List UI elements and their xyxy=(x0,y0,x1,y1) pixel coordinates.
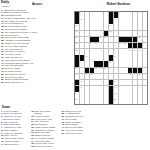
grid-cell[interactable] xyxy=(99,12,103,18)
grid-cell[interactable] xyxy=(133,80,137,86)
cell-number: 19 xyxy=(75,36,77,38)
grid-cell[interactable] xyxy=(128,55,132,61)
grid-cell[interactable] xyxy=(80,43,84,49)
grid-cell[interactable] xyxy=(85,86,89,92)
grid-cell[interactable] xyxy=(123,80,127,86)
grid-cell[interactable] xyxy=(90,24,94,30)
grid-cell[interactable] xyxy=(99,80,103,86)
cell-number: 53 xyxy=(114,98,116,100)
grid-cell[interactable] xyxy=(143,37,147,43)
black-cell xyxy=(133,68,137,74)
grid-cell[interactable] xyxy=(94,49,98,55)
grid-cell[interactable]: 41 xyxy=(85,74,89,80)
grid-cell[interactable]: 26 xyxy=(119,43,123,49)
cell-number: 51 xyxy=(114,92,116,94)
grid-cell[interactable] xyxy=(123,31,127,37)
black-cell xyxy=(94,37,98,43)
black-cell xyxy=(90,68,94,74)
cell-number: 36 xyxy=(75,67,77,69)
clue-item: 36. Go here and there xyxy=(31,145,58,148)
across-clue-list: 1. Church governing body7. Batteries in … xyxy=(1,9,47,105)
grid-cell[interactable] xyxy=(138,24,142,30)
grid-cell[interactable]: 14 xyxy=(114,18,118,24)
cell-number: 41 xyxy=(85,73,87,75)
grid-cell[interactable] xyxy=(143,98,147,104)
grid-cell[interactable]: 28 xyxy=(75,49,79,55)
grid-cell[interactable] xyxy=(119,74,123,80)
grid-cell[interactable] xyxy=(99,98,103,104)
black-cell xyxy=(75,61,79,67)
grid-cell[interactable] xyxy=(123,92,127,98)
grid-cell[interactable] xyxy=(90,80,94,86)
grid-cell[interactable] xyxy=(94,74,98,80)
grid-cell[interactable] xyxy=(99,18,103,24)
grid-cell[interactable] xyxy=(138,80,142,86)
black-cell xyxy=(75,86,79,92)
grid-cell[interactable] xyxy=(104,24,108,30)
grid-cell[interactable] xyxy=(133,24,137,30)
cell-number: 32 xyxy=(85,55,87,57)
grid-cell[interactable] xyxy=(128,80,132,86)
clue-item: 14. Surrounded by xyxy=(1,143,28,146)
grid-cell[interactable]: 20 xyxy=(99,37,103,43)
grid-cell[interactable] xyxy=(90,18,94,24)
cell-number: 31 xyxy=(138,49,140,51)
grid-cell[interactable] xyxy=(119,68,123,74)
black-cell xyxy=(75,18,79,24)
grid-cell[interactable] xyxy=(123,24,127,30)
grid-cell[interactable] xyxy=(90,92,94,98)
grid-cell[interactable] xyxy=(104,49,108,55)
grid-cell[interactable] xyxy=(94,86,98,92)
grid-cell[interactable] xyxy=(128,98,132,104)
grid-cell[interactable] xyxy=(119,31,123,37)
cell-number: 40 xyxy=(75,73,77,75)
black-cell xyxy=(128,68,132,74)
black-cell xyxy=(104,31,108,37)
grid-cell[interactable]: 16 xyxy=(109,24,113,30)
author-byline: Robert Stockton xyxy=(90,2,147,6)
cell-number: 38 xyxy=(99,67,101,69)
cell-number: 44 xyxy=(133,73,135,75)
black-cell xyxy=(75,12,79,18)
grid-cell[interactable] xyxy=(80,49,84,55)
cell-number: 21 xyxy=(104,36,106,38)
grid-cell[interactable] xyxy=(94,31,98,37)
grid-cell[interactable] xyxy=(94,55,98,61)
grid-cell[interactable] xyxy=(94,24,98,30)
grid-cell[interactable] xyxy=(85,92,89,98)
cell-number: 22 xyxy=(138,36,140,38)
grid-cell[interactable] xyxy=(128,24,132,30)
grid-cell[interactable] xyxy=(138,55,142,61)
grid-cell[interactable] xyxy=(85,37,89,43)
black-cell xyxy=(138,68,142,74)
grid-cell[interactable] xyxy=(104,18,108,24)
cell-number: 23 xyxy=(75,42,77,44)
grid-cell[interactable] xyxy=(109,68,113,74)
grid-cell[interactable]: 39 xyxy=(104,68,108,74)
grid-cell[interactable]: 47 xyxy=(114,80,118,86)
grid-cell[interactable]: 46 xyxy=(80,80,84,86)
black-cell xyxy=(75,80,79,86)
black-cell xyxy=(138,43,142,49)
grid-cell[interactable] xyxy=(94,98,98,104)
grid-cell[interactable]: 31 xyxy=(138,49,142,55)
grid-cell[interactable] xyxy=(99,49,103,55)
grid-cell[interactable] xyxy=(123,18,127,24)
cell-number: 48 xyxy=(80,86,82,88)
grid-cell[interactable]: 22 xyxy=(138,37,142,43)
grid-cell[interactable] xyxy=(119,80,123,86)
clue-item: 26. What a carrier brings xyxy=(31,126,58,129)
grid-cell[interactable]: 18 xyxy=(109,31,113,37)
cell-number: 13 xyxy=(80,18,82,20)
grid-cell[interactable] xyxy=(80,92,84,98)
grid-cell[interactable]: 7 xyxy=(119,12,123,18)
grid-cell[interactable] xyxy=(80,68,84,74)
grid-cell[interactable] xyxy=(99,31,103,37)
grid-cell[interactable] xyxy=(85,31,89,37)
grid-cell[interactable] xyxy=(85,49,89,55)
cell-number: 33 xyxy=(114,55,116,57)
grid-cell[interactable] xyxy=(138,31,142,37)
grid-cell[interactable] xyxy=(94,92,98,98)
black-cell xyxy=(104,61,108,67)
grid-cell[interactable] xyxy=(123,74,127,80)
grid-cell[interactable] xyxy=(128,86,132,92)
grid-cell[interactable] xyxy=(123,12,127,18)
grid-cell[interactable]: 25 xyxy=(94,43,98,49)
grid-cell[interactable] xyxy=(119,92,123,98)
grid-cell[interactable] xyxy=(143,55,147,61)
cell-number: 34 xyxy=(80,61,82,63)
cell-number: 45 xyxy=(138,73,140,75)
grid-cell[interactable] xyxy=(90,12,94,18)
cell-number: 39 xyxy=(104,67,106,69)
clue-item: 50. Track left by a tire xyxy=(61,132,88,135)
black-cell xyxy=(109,80,113,86)
grid-cell[interactable]: 52 xyxy=(75,98,79,104)
black-cell xyxy=(99,61,103,67)
black-cell xyxy=(109,12,113,18)
grid-cell[interactable]: 19 xyxy=(75,37,79,43)
grid-cell[interactable] xyxy=(143,92,147,98)
down-clue-list: 1. Hymn of praise2. Deliver an address3.… xyxy=(1,110,149,150)
cell-number: 14 xyxy=(114,18,116,20)
grid-cell[interactable] xyxy=(109,74,113,80)
grid-cell[interactable] xyxy=(99,55,103,61)
grid-cell[interactable] xyxy=(138,92,142,98)
grid-cell[interactable] xyxy=(123,49,127,55)
grid-cell[interactable] xyxy=(143,86,147,92)
grid-cell[interactable]: 24 xyxy=(90,43,94,49)
grid-cell[interactable]: 44 xyxy=(133,74,137,80)
black-cell xyxy=(109,92,113,98)
grid-cell[interactable] xyxy=(128,92,132,98)
grid-cell[interactable] xyxy=(143,61,147,67)
black-cell xyxy=(114,12,118,18)
grid-cell[interactable] xyxy=(114,68,118,74)
grid-cell[interactable] xyxy=(104,74,108,80)
grid-cell[interactable] xyxy=(104,98,108,104)
grid-cell[interactable] xyxy=(114,74,118,80)
grid-cell[interactable] xyxy=(128,31,132,37)
grid-cell[interactable]: 30 xyxy=(133,49,137,55)
grid-cell[interactable]: 43 xyxy=(128,74,132,80)
black-cell xyxy=(109,55,113,61)
grid-cell[interactable] xyxy=(99,74,103,80)
black-cell xyxy=(80,55,84,61)
grid-cell[interactable]: 35 xyxy=(109,61,113,67)
grid-cell[interactable] xyxy=(85,43,89,49)
grid-cell[interactable] xyxy=(143,49,147,55)
grid-cell[interactable] xyxy=(114,37,118,43)
grid-cell[interactable] xyxy=(94,80,98,86)
grid-cell[interactable] xyxy=(114,49,118,55)
grid-cell[interactable] xyxy=(133,86,137,92)
grid-cell[interactable]: 21 xyxy=(104,37,108,43)
grid-cell[interactable] xyxy=(128,18,132,24)
grid-cell[interactable]: 33 xyxy=(114,55,118,61)
grid-cell[interactable] xyxy=(133,92,137,98)
cell-number: 49 xyxy=(114,86,116,88)
black-cell xyxy=(90,37,94,43)
grid-cell[interactable] xyxy=(90,86,94,92)
cell-number: 52 xyxy=(75,98,77,100)
grid-cell[interactable] xyxy=(114,43,118,49)
grid-cell[interactable]: 27 xyxy=(123,43,127,49)
grid-cell[interactable] xyxy=(123,86,127,92)
crossword-grid[interactable]: 1713141516171819202122232425262728293031… xyxy=(74,11,148,105)
black-cell xyxy=(128,43,132,49)
grid-cell[interactable] xyxy=(119,18,123,24)
grid-cell[interactable] xyxy=(123,68,127,74)
grid-cell[interactable] xyxy=(90,31,94,37)
grid-cell[interactable] xyxy=(80,31,84,37)
grid-cell[interactable] xyxy=(143,18,147,24)
grid-cell[interactable] xyxy=(80,37,84,43)
black-cell xyxy=(133,37,137,43)
grid-cell[interactable] xyxy=(143,12,147,18)
grid-cell[interactable] xyxy=(143,31,147,37)
grid-cell[interactable] xyxy=(109,43,113,49)
grid-cell[interactable]: 38 xyxy=(99,68,103,74)
grid-cell[interactable] xyxy=(104,12,108,18)
grid-cell[interactable]: 13 xyxy=(80,18,84,24)
cell-number: 35 xyxy=(109,61,111,63)
grid-cell[interactable] xyxy=(133,98,137,104)
black-cell xyxy=(123,37,127,43)
grid-cell[interactable] xyxy=(104,80,108,86)
grid-cell[interactable] xyxy=(119,61,123,67)
grid-cell[interactable]: 45 xyxy=(138,74,142,80)
grid-cell[interactable]: 15 xyxy=(75,24,79,30)
grid-cell[interactable] xyxy=(85,24,89,30)
grid-cell[interactable]: 51 xyxy=(114,92,118,98)
grid-cell[interactable] xyxy=(90,55,94,61)
grid-cell[interactable] xyxy=(119,49,123,55)
black-cell xyxy=(94,61,98,67)
grid-cell[interactable]: 23 xyxy=(75,43,79,49)
grid-cell[interactable] xyxy=(99,92,103,98)
cell-number: 46 xyxy=(80,80,82,82)
grid-cell[interactable] xyxy=(138,86,142,92)
down-header: Down xyxy=(2,105,10,109)
cell-number: 27 xyxy=(124,42,126,44)
grid-cell[interactable] xyxy=(104,92,108,98)
black-cell xyxy=(109,98,113,104)
grid-cell[interactable] xyxy=(133,31,137,37)
clue-item: 53. Gets a little shut-eye xyxy=(1,81,47,84)
cell-number: 28 xyxy=(75,49,77,51)
cell-number: 26 xyxy=(119,42,121,44)
grid-cell[interactable] xyxy=(90,61,94,67)
cell-number: 7 xyxy=(119,12,120,14)
cell-number: 37 xyxy=(95,67,97,69)
cell-number: 16 xyxy=(109,24,111,26)
grid-cell[interactable] xyxy=(143,24,147,30)
grid-cell[interactable] xyxy=(104,43,108,49)
grid-cell[interactable]: 32 xyxy=(85,55,89,61)
grid-cell[interactable] xyxy=(99,43,103,49)
grid-cell[interactable] xyxy=(114,61,118,67)
grid-cell[interactable]: 53 xyxy=(114,98,118,104)
cell-number: 25 xyxy=(95,42,97,44)
page-subtitle: crossword xyxy=(1,5,10,7)
cell-number: 18 xyxy=(109,30,111,32)
grid-cell[interactable]: 37 xyxy=(94,68,98,74)
cell-number: 1 xyxy=(80,12,81,14)
grid-cell[interactable] xyxy=(123,98,127,104)
cell-number: 15 xyxy=(75,24,77,26)
cell-number: 43 xyxy=(128,73,130,75)
grid-cell[interactable] xyxy=(80,74,84,80)
grid-cell[interactable] xyxy=(123,61,127,67)
grid-cell[interactable] xyxy=(143,43,147,49)
grid-cell[interactable] xyxy=(138,12,142,18)
black-cell xyxy=(119,37,123,43)
grid-cell[interactable]: 36 xyxy=(75,68,79,74)
grid-cell[interactable] xyxy=(85,80,89,86)
grid-cell[interactable] xyxy=(99,86,103,92)
grid-cell[interactable] xyxy=(143,80,147,86)
black-cell xyxy=(75,55,79,61)
grid-cell[interactable] xyxy=(114,24,118,30)
cell-number: 47 xyxy=(114,80,116,82)
grid-cell[interactable]: 49 xyxy=(114,86,118,92)
cell-number: 50 xyxy=(75,92,77,94)
grid-cell[interactable] xyxy=(109,49,113,55)
grid-cell[interactable] xyxy=(104,86,108,92)
grid-cell[interactable] xyxy=(85,61,89,67)
grid-cell[interactable] xyxy=(143,74,147,80)
grid-cell[interactable] xyxy=(123,55,127,61)
cell-number: 24 xyxy=(90,42,92,44)
grid-cell[interactable] xyxy=(138,18,142,24)
grid-cell[interactable] xyxy=(128,61,132,67)
grid-cell[interactable] xyxy=(133,55,137,61)
grid-cell[interactable] xyxy=(138,61,142,67)
grid-cell[interactable] xyxy=(90,49,94,55)
grid-cell[interactable] xyxy=(133,61,137,67)
grid-cell[interactable] xyxy=(133,12,137,18)
grid-cell[interactable]: 34 xyxy=(80,61,84,67)
cell-number: 30 xyxy=(133,49,135,51)
grid-cell[interactable] xyxy=(119,86,123,92)
grid-cell[interactable] xyxy=(90,98,94,104)
grid-cell[interactable] xyxy=(119,98,123,104)
grid-cell[interactable] xyxy=(94,12,98,18)
clue-item: 15. Stop for a camel caravan xyxy=(31,110,58,115)
across-header: Across xyxy=(26,2,48,6)
crossword-page: Daily crossword Across Robert Stockton 1… xyxy=(0,0,150,150)
cell-number: 29 xyxy=(128,49,130,51)
grid-cell[interactable] xyxy=(85,12,89,18)
black-cell xyxy=(109,86,113,92)
grid-cell[interactable] xyxy=(80,98,84,104)
grid-cell[interactable]: 29 xyxy=(128,49,132,55)
grid-cell[interactable]: 50 xyxy=(75,92,79,98)
grid-cell[interactable] xyxy=(143,68,147,74)
cell-number: 17 xyxy=(75,30,77,32)
grid-cell[interactable]: 48 xyxy=(80,86,84,92)
black-cell xyxy=(128,37,132,43)
grid-cell[interactable] xyxy=(138,98,142,104)
grid-cell[interactable] xyxy=(114,31,118,37)
black-cell xyxy=(133,43,137,49)
black-cell xyxy=(109,18,113,24)
grid-cell[interactable] xyxy=(128,12,132,18)
cell-number: 20 xyxy=(99,36,101,38)
grid-cell[interactable] xyxy=(80,24,84,30)
grid-cell[interactable] xyxy=(119,24,123,30)
grid-cell[interactable] xyxy=(94,18,98,24)
grid-cell[interactable]: 40 xyxy=(75,74,79,80)
grid-cell[interactable] xyxy=(133,18,137,24)
grid-cell[interactable] xyxy=(109,37,113,43)
grid-cell[interactable] xyxy=(104,55,108,61)
black-cell xyxy=(85,68,89,74)
cell-number: 42 xyxy=(90,73,92,75)
grid-cell[interactable] xyxy=(119,55,123,61)
grid-cell[interactable] xyxy=(99,24,103,30)
grid-cell[interactable]: 17 xyxy=(75,31,79,37)
grid-cell[interactable]: 42 xyxy=(90,74,94,80)
grid-cell[interactable]: 1 xyxy=(80,12,84,18)
grid-cell[interactable] xyxy=(85,18,89,24)
grid-cell[interactable] xyxy=(85,98,89,104)
